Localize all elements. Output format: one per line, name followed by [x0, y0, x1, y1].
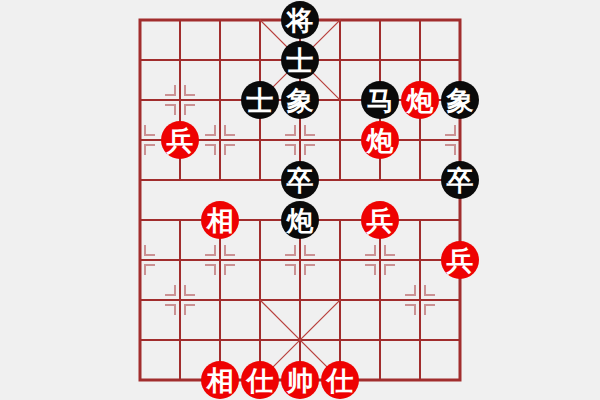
piece-black-advisor[interactable]: 士: [281, 41, 319, 79]
piece-red-elephant[interactable]: 相: [201, 361, 239, 399]
piece-red-soldier[interactable]: 兵: [361, 201, 399, 239]
piece-black-elephant[interactable]: 象: [281, 81, 319, 119]
piece-red-cannon[interactable]: 炮: [361, 121, 399, 159]
piece-red-advisor[interactable]: 仕: [321, 361, 359, 399]
piece-red-elephant[interactable]: 相: [201, 201, 239, 239]
piece-black-horse[interactable]: 马: [361, 81, 399, 119]
piece-black-elephant[interactable]: 象: [441, 81, 479, 119]
piece-black-general[interactable]: 将: [281, 1, 319, 39]
piece-red-cannon[interactable]: 炮: [401, 81, 439, 119]
piece-red-soldier[interactable]: 兵: [441, 241, 479, 279]
piece-black-soldier[interactable]: 卒: [441, 161, 479, 199]
piece-red-advisor[interactable]: 仕: [241, 361, 279, 399]
piece-black-soldier[interactable]: 卒: [281, 161, 319, 199]
xiangqi-screenshot: 将士士象马炮象兵炮卒卒相炮兵兵相仕帅仕: [0, 0, 600, 400]
piece-black-cannon[interactable]: 炮: [281, 201, 319, 239]
piece-red-general[interactable]: 帅: [281, 361, 319, 399]
piece-black-advisor[interactable]: 士: [241, 81, 279, 119]
piece-red-soldier[interactable]: 兵: [161, 121, 199, 159]
